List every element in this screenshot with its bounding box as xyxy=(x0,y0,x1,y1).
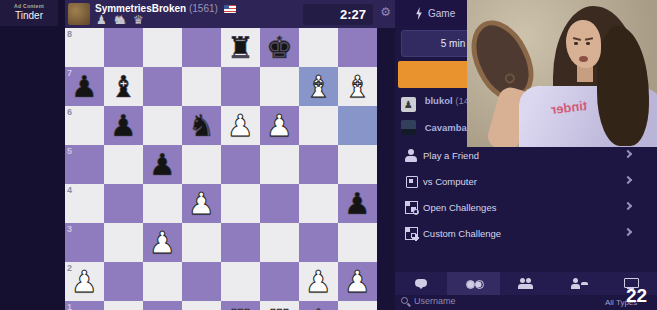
square-d2[interactable] xyxy=(182,262,221,301)
rank-label-8: 8 xyxy=(67,29,72,39)
piece-wP-d4: ♟ xyxy=(182,184,221,223)
search-icon xyxy=(401,297,408,304)
square-b4[interactable] xyxy=(104,184,143,223)
piece-bN-d6: ♞ xyxy=(182,106,221,145)
square-f5[interactable] xyxy=(260,145,299,184)
square-d7[interactable] xyxy=(182,67,221,106)
square-c5[interactable]: ♟ xyxy=(143,145,182,184)
square-c4[interactable] xyxy=(143,184,182,223)
friends-icon xyxy=(518,278,534,290)
piece-wP-h2: ♟ xyxy=(338,262,377,301)
square-g7[interactable]: ♝ xyxy=(299,67,338,106)
square-c3[interactable]: ♟ xyxy=(143,223,182,262)
square-d1[interactable] xyxy=(182,301,221,310)
square-e8[interactable]: ♜ xyxy=(221,28,260,67)
rank-label-1: 1 xyxy=(67,302,72,310)
board-plus-icon xyxy=(404,226,418,240)
square-b1[interactable] xyxy=(104,301,143,310)
rank-label-6: 6 xyxy=(67,107,72,117)
captured-pawn-icon: ♟ xyxy=(96,13,108,27)
square-f3[interactable] xyxy=(260,223,299,262)
ad-brand: Tinder xyxy=(0,10,58,21)
chevron-right-icon xyxy=(624,176,632,184)
piece-bP-b6: ♟ xyxy=(104,106,143,145)
binoculars-icon xyxy=(466,278,482,290)
opponent-info-bar: SymmetriesBroken (1561) ♟ ♞♞ ♛ 2:27 ⚙ xyxy=(65,0,395,28)
menu-item-open-challenges[interactable]: Open Challenges xyxy=(395,194,657,220)
square-c8[interactable] xyxy=(143,28,182,67)
opponent-clock: 2:27 xyxy=(303,4,373,25)
square-g1[interactable]: ♚ xyxy=(299,301,338,310)
square-f4[interactable] xyxy=(260,184,299,223)
square-c1[interactable] xyxy=(143,301,182,310)
menu-label: vs Computer xyxy=(423,176,477,187)
square-h6[interactable] xyxy=(338,106,377,145)
piece-wP-e6: ♟ xyxy=(221,106,260,145)
menu-label: Play a Friend xyxy=(423,150,479,161)
square-h4[interactable]: ♟ xyxy=(338,184,377,223)
chevron-right-icon xyxy=(624,228,632,236)
square-c7[interactable] xyxy=(143,67,182,106)
square-a3[interactable]: 3 xyxy=(65,223,104,262)
square-a1[interactable]: 1 xyxy=(65,301,104,310)
captured-queen-icon: ♛ xyxy=(133,13,145,27)
square-e7[interactable] xyxy=(221,67,260,106)
square-g8[interactable] xyxy=(299,28,338,67)
square-h8[interactable] xyxy=(338,28,377,67)
square-g3[interactable] xyxy=(299,223,338,262)
square-c6[interactable] xyxy=(143,106,182,145)
piece-bB-b7: ♝ xyxy=(104,67,143,106)
webcam-overlay: tinder xyxy=(467,0,657,147)
captured-knights-icon: ♞♞ xyxy=(113,13,121,27)
square-d4[interactable]: ♟ xyxy=(182,184,221,223)
piece-wP-g2: ♟ xyxy=(299,262,338,301)
piece-bR-e8: ♜ xyxy=(221,28,260,67)
menu-item-custom-challenge[interactable]: Custom Challenge xyxy=(395,220,657,246)
us-flag-icon xyxy=(224,5,236,13)
clubs-icon xyxy=(570,278,586,290)
challenger-name: blukol xyxy=(425,95,453,106)
menu-item-vs-computer[interactable]: vs Computer xyxy=(395,168,657,194)
chevron-right-icon xyxy=(624,202,632,210)
ad-box[interactable]: Ad Content Tinder xyxy=(0,0,58,26)
square-f2[interactable] xyxy=(260,262,299,301)
rank-label-3: 3 xyxy=(67,224,72,234)
square-a6[interactable]: 6 xyxy=(65,106,104,145)
piece-wR-f1: ♜ xyxy=(260,301,299,310)
square-g4[interactable] xyxy=(299,184,338,223)
gear-icon[interactable]: ⚙ xyxy=(380,5,391,19)
cpu-icon xyxy=(404,174,418,188)
square-f8[interactable]: ♚ xyxy=(260,28,299,67)
square-e3[interactable] xyxy=(221,223,260,262)
square-b6[interactable]: ♟ xyxy=(104,106,143,145)
square-b3[interactable] xyxy=(104,223,143,262)
square-b2[interactable] xyxy=(104,262,143,301)
square-a5[interactable]: 5 xyxy=(65,145,104,184)
piece-wP-f6: ♟ xyxy=(260,106,299,145)
square-b8[interactable] xyxy=(104,28,143,67)
ad-content-label: Ad Content xyxy=(0,3,58,9)
rank-label-7: 7 xyxy=(67,68,72,78)
square-a4[interactable]: 4 xyxy=(65,184,104,223)
square-a2[interactable]: 2♟ xyxy=(65,262,104,301)
tab-seek[interactable] xyxy=(447,272,499,295)
challenge-count: 22 xyxy=(626,285,647,307)
chevron-right-icon xyxy=(624,150,632,158)
square-h7[interactable]: ♝ xyxy=(338,67,377,106)
person-icon xyxy=(404,148,418,162)
opponent-rating: (1561) xyxy=(189,3,218,14)
square-d8[interactable] xyxy=(182,28,221,67)
search-placeholder: Username xyxy=(414,296,456,306)
square-g6[interactable] xyxy=(299,106,338,145)
rank-label-4: 4 xyxy=(67,185,72,195)
bottom-tab-bar xyxy=(395,272,657,295)
square-d5[interactable] xyxy=(182,145,221,184)
square-f6[interactable]: ♟ xyxy=(260,106,299,145)
square-a8[interactable]: 8 xyxy=(65,28,104,67)
piece-wR-e1: ♜ xyxy=(221,301,260,310)
square-f7[interactable] xyxy=(260,67,299,106)
left-strip: Ad Content Tinder xyxy=(0,0,65,310)
player-avatar-pawn: ♟ xyxy=(401,97,416,112)
square-b7[interactable]: ♝ xyxy=(104,67,143,106)
square-e1[interactable]: ♜ xyxy=(221,301,260,310)
square-b5[interactable] xyxy=(104,145,143,184)
piece-wK-g1: ♚ xyxy=(299,301,338,310)
piece-bK-f8: ♚ xyxy=(260,28,299,67)
rank-label-5: 5 xyxy=(67,146,72,156)
square-d6[interactable]: ♞ xyxy=(182,106,221,145)
piece-bP-c5: ♟ xyxy=(143,145,182,184)
square-h2[interactable]: ♟ xyxy=(338,262,377,301)
board-search-icon xyxy=(404,200,418,214)
captured-pieces: ♟ ♞♞ ♛ xyxy=(96,13,145,27)
menu-label: Custom Challenge xyxy=(423,228,501,239)
piece-wP-c3: ♟ xyxy=(143,223,182,262)
tab-chat[interactable] xyxy=(395,272,447,295)
square-g2[interactable]: ♟ xyxy=(299,262,338,301)
square-h3[interactable] xyxy=(338,223,377,262)
piece-wB-h7: ♝ xyxy=(338,67,377,106)
square-e6[interactable]: ♟ xyxy=(221,106,260,145)
square-e5[interactable] xyxy=(221,145,260,184)
game-panel-title: Game xyxy=(428,8,455,19)
chat-icon xyxy=(413,278,429,290)
rank-label-2: 2 xyxy=(67,263,72,273)
menu-label: Open Challenges xyxy=(423,202,496,213)
piece-wB-g7: ♝ xyxy=(299,67,338,106)
square-a7[interactable]: 7♟ xyxy=(65,67,104,106)
streamer-hair-side xyxy=(597,26,649,146)
tab-clubs[interactable] xyxy=(552,272,604,295)
player-avatar-photo xyxy=(401,120,416,135)
piece-bP-h4: ♟ xyxy=(338,184,377,223)
streamer-face xyxy=(566,20,601,68)
square-f1[interactable]: ♜ xyxy=(260,301,299,310)
square-c2[interactable] xyxy=(143,262,182,301)
square-g5[interactable] xyxy=(299,145,338,184)
opponent-avatar[interactable] xyxy=(68,3,90,25)
square-d3[interactable] xyxy=(182,223,221,262)
chess-board[interactable]: 8♜♚7♟♝♝♝6♟♞♟♟5♟4♟♟3♟2♟♟♟1♜♜♚ xyxy=(65,28,377,310)
square-e4[interactable] xyxy=(221,184,260,223)
square-h5[interactable] xyxy=(338,145,377,184)
square-h1[interactable] xyxy=(338,301,377,310)
lightning-icon xyxy=(415,7,423,20)
square-e2[interactable] xyxy=(221,262,260,301)
tab-friends[interactable] xyxy=(500,272,552,295)
